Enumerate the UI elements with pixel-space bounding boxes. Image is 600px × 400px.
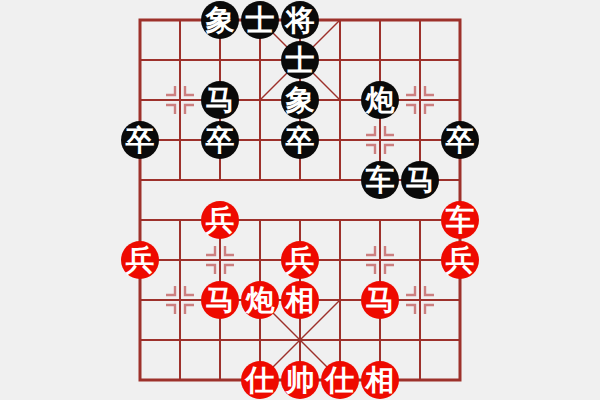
piece-red-rook[interactable]: 车 [441,201,479,239]
piece-red-advisor[interactable]: 仕 [241,361,279,399]
piece-red-king[interactable]: 帅 [281,361,319,399]
xiangqi-board[interactable]: 象士将士马象炮卒卒卒卒车马兵车兵兵兵马炮相马仕帅仕相 [120,0,480,400]
piece-black-king[interactable]: 将 [281,1,319,39]
piece-red-pawn[interactable]: 兵 [121,241,159,279]
piece-black-advisor[interactable]: 士 [281,41,319,79]
piece-black-horse[interactable]: 马 [401,161,439,199]
piece-black-elephant[interactable]: 象 [281,81,319,119]
piece-black-rook[interactable]: 车 [361,161,399,199]
piece-black-horse[interactable]: 马 [201,81,239,119]
piece-red-horse[interactable]: 马 [361,281,399,319]
piece-red-horse[interactable]: 马 [201,281,239,319]
piece-black-pawn[interactable]: 卒 [281,121,319,159]
piece-red-pawn[interactable]: 兵 [281,241,319,279]
piece-red-elephant[interactable]: 相 [361,361,399,399]
piece-red-cannon[interactable]: 炮 [241,281,279,319]
piece-black-pawn[interactable]: 卒 [201,121,239,159]
xiangqi-app: 象士将士马象炮卒卒卒卒车马兵车兵兵兵马炮相马仕帅仕相 [0,0,600,400]
piece-red-pawn[interactable]: 兵 [201,201,239,239]
piece-black-cannon[interactable]: 炮 [361,81,399,119]
piece-black-pawn[interactable]: 卒 [121,121,159,159]
piece-black-elephant[interactable]: 象 [201,1,239,39]
piece-black-advisor[interactable]: 士 [241,1,279,39]
piece-red-pawn[interactable]: 兵 [441,241,479,279]
piece-red-advisor[interactable]: 仕 [321,361,359,399]
piece-red-elephant[interactable]: 相 [281,281,319,319]
piece-black-pawn[interactable]: 卒 [441,121,479,159]
